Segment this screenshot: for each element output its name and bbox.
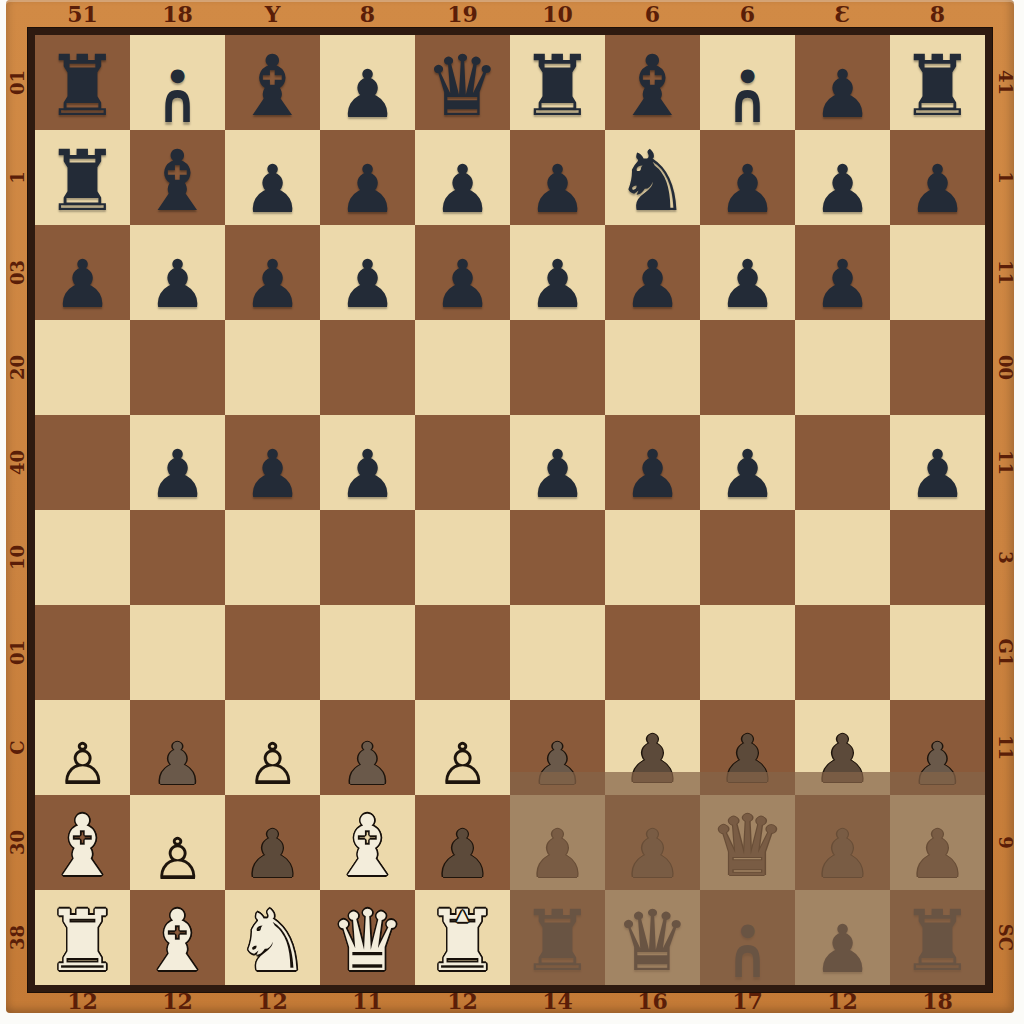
square-r5-c2[interactable]: ♟ bbox=[130, 415, 225, 510]
square-r3-c7[interactable]: ♟ bbox=[605, 225, 700, 320]
piece-dark-brown-pawn[interactable]: ♟ bbox=[605, 795, 700, 890]
piece-glyph: ♟ bbox=[243, 444, 302, 507]
square-r6-c8[interactable] bbox=[700, 510, 795, 605]
piece-dark-brown-pawn[interactable]: ♟ bbox=[415, 795, 510, 890]
square-r6-c9[interactable] bbox=[795, 510, 890, 605]
piece-glyph: ♟ bbox=[338, 64, 397, 127]
square-r5-c9[interactable] bbox=[795, 415, 890, 510]
rank-labels-left: 0110320401001C3038 bbox=[5, 35, 28, 985]
square-r10-c4[interactable]: ♛ bbox=[320, 890, 415, 985]
piece-black-pawn[interactable]: ♟ bbox=[795, 890, 890, 985]
chessboard-photo: 5118Y8191066Ɛ8 12121211121416171218 0110… bbox=[0, 0, 1024, 1024]
piece-black-pawn[interactable]: ♟ bbox=[795, 225, 890, 320]
piece-white-outline-pawn[interactable]: ♙ bbox=[225, 700, 320, 795]
coordinate-label-right-4: 00 bbox=[958, 354, 1024, 382]
piece-dark-brown-pawn[interactable]: ♟ bbox=[795, 700, 890, 795]
piece-glyph: ♟ bbox=[528, 824, 587, 887]
square-r3-c3[interactable]: ♟ bbox=[225, 225, 320, 320]
piece-glyph: ♟ bbox=[813, 824, 872, 887]
piece-glyph: ♝ bbox=[330, 807, 405, 887]
square-r1-c7[interactable]: ♝ bbox=[605, 35, 700, 130]
square-r2-c9[interactable]: ♟ bbox=[795, 130, 890, 225]
piece-glyph: ♟ bbox=[813, 254, 872, 317]
piece-black-pawn[interactable]: ♟ bbox=[700, 130, 795, 225]
square-r1-c8[interactable]: ●∩ bbox=[700, 35, 795, 130]
square-r6-c4[interactable] bbox=[320, 510, 415, 605]
piece-glyph: ♟ bbox=[433, 159, 492, 222]
coordinate-label-right-8: 11 bbox=[958, 734, 1024, 762]
piece-glyph: ♝ bbox=[140, 142, 215, 222]
piece-black-arch-piece-knight-like-horseshoe[interactable]: ●∩ bbox=[130, 35, 225, 130]
square-r9-c3[interactable]: ♟ bbox=[225, 795, 320, 890]
piece-black-pawn[interactable]: ♟ bbox=[510, 225, 605, 320]
square-r5-c5[interactable] bbox=[415, 415, 510, 510]
piece-black-pawn[interactable]: ♟ bbox=[320, 35, 415, 130]
square-r1-c4[interactable]: ♟ bbox=[320, 35, 415, 130]
piece-black-pawn[interactable]: ♟ bbox=[700, 225, 795, 320]
piece-black-rook[interactable]: ♜ bbox=[510, 890, 605, 985]
coordinate-label-bottom-5: 12 bbox=[415, 988, 510, 1014]
board-inner-border: ♜●∩♝♟♛♜♝●∩♟♜♜♝♟♟♟♟♞♟♟♟♟♟♟♟♟♟♟♟♟♟♟♟♟♟♟♟♙♟… bbox=[28, 28, 992, 992]
piece-black-rook[interactable]: ♜ bbox=[510, 35, 605, 130]
piece-black-queen[interactable]: ♛ bbox=[415, 35, 510, 130]
square-r2-c6[interactable]: ♟ bbox=[510, 130, 605, 225]
coordinate-label-top-6: 10 bbox=[510, 0, 605, 28]
piece-white-crowned-rook-king-like-arrow-crest[interactable]: ▲♜ bbox=[415, 890, 510, 985]
square-r8-c3[interactable]: ♙ bbox=[225, 700, 320, 795]
square-r3-c5[interactable]: ♟ bbox=[415, 225, 510, 320]
square-r1-c9[interactable]: ♟ bbox=[795, 35, 890, 130]
coordinate-label-left-2: 1 bbox=[0, 165, 65, 190]
piece-white-outline-pawn[interactable]: ♙ bbox=[130, 795, 225, 890]
piece-white-queen[interactable]: ♛ bbox=[320, 890, 415, 985]
square-r9-c9[interactable]: ♟ bbox=[795, 795, 890, 890]
coordinate-label-left-8: C bbox=[0, 735, 65, 760]
coordinate-label-right-7: G1 bbox=[958, 639, 1024, 667]
square-r8-c6[interactable]: ♟ bbox=[510, 700, 605, 795]
piece-glyph: ♟ bbox=[813, 919, 872, 982]
square-r4-c6[interactable] bbox=[510, 320, 605, 415]
piece-dark-brown-pawn[interactable]: ♟ bbox=[795, 795, 890, 890]
coordinate-label-right-2: 1 bbox=[958, 164, 1024, 192]
coordinate-label-left-5: 40 bbox=[0, 450, 65, 475]
square-r4-c8[interactable] bbox=[700, 320, 795, 415]
piece-glyph: ♟ bbox=[623, 824, 682, 887]
square-r6-c5[interactable] bbox=[415, 510, 510, 605]
crown-arrow: ▲ bbox=[457, 908, 469, 922]
square-r1-c5[interactable]: ♛ bbox=[415, 35, 510, 130]
piece-glyph: ♝ bbox=[235, 47, 310, 127]
square-r7-c2[interactable] bbox=[130, 605, 225, 700]
square-r9-c4[interactable]: ♝ bbox=[320, 795, 415, 890]
square-r2-c8[interactable]: ♟ bbox=[700, 130, 795, 225]
piece-glyph: ♟ bbox=[338, 444, 397, 507]
piece-glyph: ♟ bbox=[718, 444, 777, 507]
square-r10-c8[interactable]: ●∩ bbox=[700, 890, 795, 985]
piece-black-pawn[interactable]: ♟ bbox=[605, 225, 700, 320]
square-r1-c3[interactable]: ♝ bbox=[225, 35, 320, 130]
piece-grey-outline-pawn[interactable]: ♟ bbox=[320, 700, 415, 795]
piece-glyph: ♟ bbox=[912, 737, 964, 792]
piece-glyph: ♟ bbox=[813, 159, 872, 222]
piece-glyph: ♞ bbox=[235, 902, 310, 982]
file-labels-top: 5118Y8191066Ɛ8 bbox=[35, 0, 985, 28]
piece-glyph: ♟ bbox=[148, 444, 207, 507]
square-r2-c3[interactable]: ♟ bbox=[225, 130, 320, 225]
piece-black-bishop[interactable]: ♝ bbox=[225, 35, 320, 130]
square-r9-c7[interactable]: ♟ bbox=[605, 795, 700, 890]
piece-black-pawn[interactable]: ♟ bbox=[130, 415, 225, 510]
arch-body: ∩ bbox=[158, 78, 197, 130]
coordinate-label-bottom-2: 12 bbox=[130, 988, 225, 1014]
square-r7-c7[interactable] bbox=[605, 605, 700, 700]
square-r7-c4[interactable] bbox=[320, 605, 415, 700]
piece-black-pawn[interactable]: ♟ bbox=[130, 225, 225, 320]
piece-glyph: ♟ bbox=[718, 729, 777, 792]
square-r3-c9[interactable]: ♟ bbox=[795, 225, 890, 320]
piece-black-pawn[interactable]: ♟ bbox=[415, 130, 510, 225]
piece-glyph: ♟ bbox=[718, 159, 777, 222]
square-r10-c3[interactable]: ♞ bbox=[225, 890, 320, 985]
piece-glyph: ♟ bbox=[528, 159, 587, 222]
coordinate-label-top-4: 8 bbox=[320, 0, 415, 28]
square-r4-c2[interactable] bbox=[130, 320, 225, 415]
piece-glyph: ♙ bbox=[152, 832, 204, 887]
coordinate-label-bottom-3: 12 bbox=[225, 988, 320, 1014]
square-r10-c9[interactable]: ♟ bbox=[795, 890, 890, 985]
coordinate-label-top-8: 6 bbox=[700, 0, 795, 28]
square-r7-c3[interactable] bbox=[225, 605, 320, 700]
coordinate-label-top-9: Ɛ bbox=[795, 0, 890, 28]
square-r5-c4[interactable]: ♟ bbox=[320, 415, 415, 510]
piece-glyph: ♙ bbox=[247, 737, 299, 792]
piece-glyph: ♛ bbox=[425, 47, 500, 127]
piece-dark-brown-pawn[interactable]: ♟ bbox=[225, 795, 320, 890]
piece-black-pawn[interactable]: ♟ bbox=[320, 130, 415, 225]
piece-black-pawn[interactable]: ♟ bbox=[795, 35, 890, 130]
square-r5-c7[interactable]: ♟ bbox=[605, 415, 700, 510]
square-r4-c9[interactable] bbox=[795, 320, 890, 415]
piece-glyph: ♟ bbox=[813, 64, 872, 127]
square-r9-c8[interactable]: ♛ bbox=[700, 795, 795, 890]
piece-glyph: ♟ bbox=[718, 254, 777, 317]
board-grid: ♜●∩♝♟♛♜♝●∩♟♜♜♝♟♟♟♟♞♟♟♟♟♟♟♟♟♟♟♟♟♟♟♟♟♟♟♟♙♟… bbox=[35, 35, 985, 985]
piece-glyph: ♟ bbox=[243, 159, 302, 222]
coordinate-label-top-10: 8 bbox=[890, 0, 985, 28]
piece-white-outline-pawn[interactable]: ♙ bbox=[415, 700, 510, 795]
piece-glyph: ♟ bbox=[813, 729, 872, 792]
coordinate-label-left-7: 01 bbox=[0, 640, 65, 665]
square-r6-c3[interactable] bbox=[225, 510, 320, 605]
piece-black-arch-piece-knight-like-horseshoe[interactable]: ●∩ bbox=[700, 890, 795, 985]
piece-glyph: ♛ bbox=[330, 902, 405, 982]
square-r7-c8[interactable] bbox=[700, 605, 795, 700]
square-r8-c9[interactable]: ♟ bbox=[795, 700, 890, 795]
coordinate-label-bottom-6: 14 bbox=[510, 988, 605, 1014]
coordinate-label-bottom-1: 12 bbox=[35, 988, 130, 1014]
piece-glyph: ♟ bbox=[338, 159, 397, 222]
piece-glyph: ♟ bbox=[623, 254, 682, 317]
piece-glyph: ♟ bbox=[152, 737, 204, 792]
square-r7-c5[interactable] bbox=[415, 605, 510, 700]
piece-glyph: ♟ bbox=[148, 254, 207, 317]
square-r10-c7[interactable]: ♛ bbox=[605, 890, 700, 985]
piece-glyph: ♟ bbox=[433, 824, 492, 887]
piece-black-pawn[interactable]: ♟ bbox=[225, 415, 320, 510]
coordinate-label-top-2: 18 bbox=[130, 0, 225, 28]
square-r10-c2[interactable]: ♝ bbox=[130, 890, 225, 985]
square-r2-c5[interactable]: ♟ bbox=[415, 130, 510, 225]
piece-glyph: ♟ bbox=[433, 254, 492, 317]
piece-glyph: ♟ bbox=[342, 737, 394, 792]
piece-glyph: ♟ bbox=[623, 444, 682, 507]
coordinate-label-top-3: Y bbox=[225, 0, 320, 28]
coordinate-label-left-4: 20 bbox=[0, 355, 65, 380]
piece-dark-brown-queen[interactable]: ♛ bbox=[700, 795, 795, 890]
square-r10-c5[interactable]: ▲♜ bbox=[415, 890, 510, 985]
piece-white-knight[interactable]: ♞ bbox=[225, 890, 320, 985]
piece-glyph: ♝ bbox=[615, 47, 690, 127]
coordinate-label-bottom-7: 16 bbox=[605, 988, 700, 1014]
square-r5-c6[interactable]: ♟ bbox=[510, 415, 605, 510]
piece-black-arch-piece-knight-like-horseshoe[interactable]: ●∩ bbox=[700, 35, 795, 130]
piece-black-bishop[interactable]: ♝ bbox=[130, 130, 225, 225]
piece-glyph: ♙ bbox=[437, 737, 489, 792]
square-r5-c8[interactable]: ♟ bbox=[700, 415, 795, 510]
square-r4-c4[interactable] bbox=[320, 320, 415, 415]
square-r4-c3[interactable] bbox=[225, 320, 320, 415]
coordinate-label-bottom-9: 12 bbox=[795, 988, 890, 1014]
piece-grey-outline-pawn[interactable]: ♟ bbox=[130, 700, 225, 795]
piece-black-pawn[interactable]: ♟ bbox=[510, 130, 605, 225]
coordinate-label-top-1: 51 bbox=[35, 0, 130, 28]
coordinate-label-right-5: 11 bbox=[958, 449, 1024, 477]
square-r9-c2[interactable]: ♙ bbox=[130, 795, 225, 890]
piece-black-knight[interactable]: ♞ bbox=[605, 130, 700, 225]
piece-glyph: ♟ bbox=[532, 737, 584, 792]
piece-dark-brown-pawn[interactable]: ♟ bbox=[605, 700, 700, 795]
square-r6-c7[interactable] bbox=[605, 510, 700, 605]
coordinate-label-right-1: 41 bbox=[958, 69, 1024, 97]
coordinate-label-right-9: 9 bbox=[958, 829, 1024, 857]
piece-glyph: ♟ bbox=[623, 729, 682, 792]
piece-black-pawn[interactable]: ♟ bbox=[510, 415, 605, 510]
piece-white-bishop[interactable]: ♝ bbox=[130, 890, 225, 985]
square-r4-c7[interactable] bbox=[605, 320, 700, 415]
piece-glyph: ♟ bbox=[528, 254, 587, 317]
coordinate-label-right-10: SC bbox=[958, 924, 1024, 952]
coordinate-label-right-6: 3 bbox=[958, 544, 1024, 572]
arch-body: ∩ bbox=[728, 78, 767, 130]
coordinate-label-right-3: 11 bbox=[958, 259, 1024, 287]
coordinate-label-left-1: 01 bbox=[0, 70, 65, 95]
square-r2-c2[interactable]: ♝ bbox=[130, 130, 225, 225]
coordinate-label-left-9: 30 bbox=[0, 830, 65, 855]
piece-dark-brown-pawn[interactable]: ♟ bbox=[700, 700, 795, 795]
file-labels-bottom: 12121211121416171218 bbox=[35, 988, 985, 1014]
piece-dark-brown-pawn[interactable]: ♟ bbox=[510, 795, 605, 890]
square-r2-c7[interactable]: ♞ bbox=[605, 130, 700, 225]
piece-glyph: ♟ bbox=[338, 254, 397, 317]
coordinate-label-bottom-8: 17 bbox=[700, 988, 795, 1014]
square-r7-c9[interactable] bbox=[795, 605, 890, 700]
square-r2-c4[interactable]: ♟ bbox=[320, 130, 415, 225]
piece-glyph: ♝ bbox=[140, 902, 215, 982]
square-r9-c6[interactable]: ♟ bbox=[510, 795, 605, 890]
piece-glyph: ♟ bbox=[528, 444, 587, 507]
square-r8-c2[interactable]: ♟ bbox=[130, 700, 225, 795]
piece-black-pawn[interactable]: ♟ bbox=[415, 225, 510, 320]
piece-glyph: ♛ bbox=[710, 807, 785, 887]
coordinate-label-left-10: 38 bbox=[0, 925, 65, 950]
square-r5-c3[interactable]: ♟ bbox=[225, 415, 320, 510]
piece-glyph: ♜ bbox=[520, 902, 595, 982]
piece-black-pawn[interactable]: ♟ bbox=[605, 415, 700, 510]
piece-black-pawn[interactable]: ♟ bbox=[225, 225, 320, 320]
square-r1-c6[interactable]: ♜ bbox=[510, 35, 605, 130]
square-r8-c5[interactable]: ♙ bbox=[415, 700, 510, 795]
coordinate-label-left-6: 10 bbox=[0, 545, 65, 570]
piece-black-queen[interactable]: ♛ bbox=[605, 890, 700, 985]
square-r9-c5[interactable]: ♟ bbox=[415, 795, 510, 890]
square-r3-c2[interactable]: ♟ bbox=[130, 225, 225, 320]
square-r6-c6[interactable] bbox=[510, 510, 605, 605]
square-r8-c7[interactable]: ♟ bbox=[605, 700, 700, 795]
piece-black-pawn[interactable]: ♟ bbox=[320, 415, 415, 510]
piece-black-pawn[interactable]: ♟ bbox=[700, 415, 795, 510]
square-r3-c4[interactable]: ♟ bbox=[320, 225, 415, 320]
piece-grey-outline-pawn[interactable]: ♟ bbox=[510, 700, 605, 795]
coordinate-label-bottom-4: 11 bbox=[320, 988, 415, 1014]
square-r8-c4[interactable]: ♟ bbox=[320, 700, 415, 795]
piece-black-pawn[interactable]: ♟ bbox=[320, 225, 415, 320]
piece-black-pawn[interactable]: ♟ bbox=[225, 130, 320, 225]
coordinate-label-top-7: 6 bbox=[605, 0, 700, 28]
square-r3-c6[interactable]: ♟ bbox=[510, 225, 605, 320]
piece-glyph: ♟ bbox=[243, 824, 302, 887]
square-r4-c5[interactable] bbox=[415, 320, 510, 415]
coordinate-label-bottom-10: 18 bbox=[890, 988, 985, 1014]
square-r3-c8[interactable]: ♟ bbox=[700, 225, 795, 320]
square-r8-c8[interactable]: ♟ bbox=[700, 700, 795, 795]
square-r1-c2[interactable]: ●∩ bbox=[130, 35, 225, 130]
piece-black-bishop[interactable]: ♝ bbox=[605, 35, 700, 130]
piece-glyph: ♛ bbox=[615, 902, 690, 982]
piece-glyph: ♞ bbox=[615, 142, 690, 222]
piece-black-pawn[interactable]: ♟ bbox=[795, 130, 890, 225]
square-r6-c2[interactable] bbox=[130, 510, 225, 605]
coordinate-label-left-3: 03 bbox=[0, 260, 65, 285]
rank-labels-right: 4111100113G1119SC bbox=[992, 35, 1015, 985]
square-r7-c6[interactable] bbox=[510, 605, 605, 700]
square-r10-c6[interactable]: ♜ bbox=[510, 890, 605, 985]
coordinate-label-top-5: 19 bbox=[415, 0, 510, 28]
piece-glyph: ♟ bbox=[243, 254, 302, 317]
arch-body: ∩ bbox=[728, 933, 767, 985]
piece-glyph: ♜ bbox=[520, 47, 595, 127]
piece-white-bishop[interactable]: ♝ bbox=[320, 795, 415, 890]
